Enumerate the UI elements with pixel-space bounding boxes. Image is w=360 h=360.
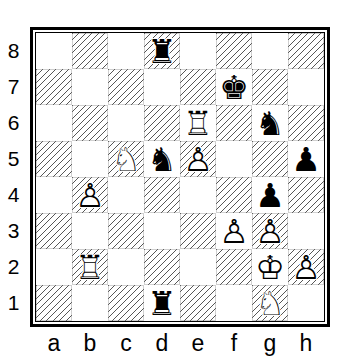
square-b6[interactable] (72, 105, 108, 141)
chess-diagram: 87654321 ♜♚♜♖♞♞♘♞♟♙♟♟♙♟♟♙♟♙♜♖♚♔♟♙♜♞♘ abc… (0, 0, 360, 360)
square-e6[interactable]: ♜♖ (180, 105, 216, 141)
piece-white-pawn-icon[interactable]: ♙ (252, 213, 288, 249)
rank-label-3: 3 (0, 213, 27, 249)
piece-white-knight-icon[interactable]: ♘ (252, 285, 288, 321)
square-e7[interactable] (180, 69, 216, 105)
square-g7[interactable] (252, 69, 288, 105)
square-e4[interactable] (180, 177, 216, 213)
square-d5[interactable]: ♞ (144, 141, 180, 177)
square-a7[interactable] (36, 69, 72, 105)
square-b5[interactable] (72, 141, 108, 177)
square-b3[interactable] (72, 213, 108, 249)
board-grid: ♜♚♜♖♞♞♘♞♟♙♟♟♙♟♟♙♟♙♜♖♚♔♟♙♜♞♘ (36, 33, 324, 321)
square-e5[interactable]: ♟♙ (180, 141, 216, 177)
piece-white-rook-icon[interactable]: ♖ (72, 249, 108, 285)
square-a6[interactable] (36, 105, 72, 141)
rank-label-7: 7 (0, 69, 27, 105)
file-label-g: g (252, 330, 288, 357)
square-d8[interactable]: ♜ (144, 33, 180, 69)
square-f2[interactable] (216, 249, 252, 285)
square-a5[interactable] (36, 141, 72, 177)
square-h4[interactable] (288, 177, 324, 213)
piece-white-pawn-icon[interactable]: ♙ (216, 213, 252, 249)
file-label-c: c (108, 330, 144, 357)
square-a3[interactable] (36, 213, 72, 249)
square-c1[interactable] (108, 285, 144, 321)
square-e3[interactable] (180, 213, 216, 249)
piece-white-pawn-icon[interactable]: ♙ (180, 141, 216, 177)
square-h2[interactable]: ♟♙ (288, 249, 324, 285)
square-c6[interactable] (108, 105, 144, 141)
square-d7[interactable] (144, 69, 180, 105)
square-g8[interactable] (252, 33, 288, 69)
square-f1[interactable] (216, 285, 252, 321)
square-f5[interactable] (216, 141, 252, 177)
square-f4[interactable] (216, 177, 252, 213)
piece-black-pawn-icon[interactable]: ♟ (288, 141, 324, 177)
rank-label-2: 2 (0, 249, 27, 285)
square-a4[interactable] (36, 177, 72, 213)
square-e1[interactable] (180, 285, 216, 321)
rank-label-4: 4 (0, 177, 27, 213)
board-inner-frame: ♜♚♜♖♞♞♘♞♟♙♟♟♙♟♟♙♟♙♜♖♚♔♟♙♜♞♘ (35, 32, 325, 322)
square-c8[interactable] (108, 33, 144, 69)
square-e8[interactable] (180, 33, 216, 69)
square-a8[interactable] (36, 33, 72, 69)
square-h6[interactable] (288, 105, 324, 141)
rank-label-1: 1 (0, 285, 27, 321)
piece-black-king-icon[interactable]: ♚ (216, 69, 252, 105)
piece-black-knight-icon[interactable]: ♞ (252, 105, 288, 141)
square-e2[interactable] (180, 249, 216, 285)
piece-black-rook-icon[interactable]: ♜ (144, 285, 180, 321)
square-a2[interactable] (36, 249, 72, 285)
square-g6[interactable]: ♞ (252, 105, 288, 141)
piece-white-pawn-icon[interactable]: ♙ (72, 177, 108, 213)
square-c7[interactable] (108, 69, 144, 105)
square-h1[interactable] (288, 285, 324, 321)
square-g3[interactable]: ♟♙ (252, 213, 288, 249)
square-c3[interactable] (108, 213, 144, 249)
square-d2[interactable] (144, 249, 180, 285)
file-label-d: d (144, 330, 180, 357)
square-b7[interactable] (72, 69, 108, 105)
board-frame: ♜♚♜♖♞♞♘♞♟♙♟♟♙♟♟♙♟♙♜♖♚♔♟♙♜♞♘ (30, 27, 330, 327)
square-g1[interactable]: ♞♘ (252, 285, 288, 321)
file-label-f: f (216, 330, 252, 357)
square-a1[interactable] (36, 285, 72, 321)
square-f3[interactable]: ♟♙ (216, 213, 252, 249)
square-h3[interactable] (288, 213, 324, 249)
piece-white-knight-icon[interactable]: ♘ (108, 141, 144, 177)
square-h7[interactable] (288, 69, 324, 105)
square-g4[interactable]: ♟ (252, 177, 288, 213)
file-labels: abcdefgh (36, 330, 324, 357)
square-c2[interactable] (108, 249, 144, 285)
square-d6[interactable] (144, 105, 180, 141)
square-c5[interactable]: ♞♘ (108, 141, 144, 177)
piece-black-pawn-icon[interactable]: ♟ (252, 177, 288, 213)
square-b1[interactable] (72, 285, 108, 321)
file-label-e: e (180, 330, 216, 357)
square-f8[interactable] (216, 33, 252, 69)
piece-white-king-icon[interactable]: ♔ (252, 249, 288, 285)
square-d3[interactable] (144, 213, 180, 249)
square-f6[interactable] (216, 105, 252, 141)
square-c4[interactable] (108, 177, 144, 213)
piece-white-rook-icon[interactable]: ♖ (180, 105, 216, 141)
square-b8[interactable] (72, 33, 108, 69)
rank-labels: 87654321 (0, 33, 27, 321)
square-d1[interactable]: ♜ (144, 285, 180, 321)
square-h8[interactable] (288, 33, 324, 69)
square-h5[interactable]: ♟ (288, 141, 324, 177)
piece-black-knight-icon[interactable]: ♞ (144, 141, 180, 177)
rank-label-6: 6 (0, 105, 27, 141)
rank-label-8: 8 (0, 33, 27, 69)
file-label-a: a (36, 330, 72, 357)
square-b2[interactable]: ♜♖ (72, 249, 108, 285)
square-b4[interactable]: ♟♙ (72, 177, 108, 213)
rank-label-5: 5 (0, 141, 27, 177)
square-g2[interactable]: ♚♔ (252, 249, 288, 285)
piece-white-pawn-icon[interactable]: ♙ (288, 249, 324, 285)
file-label-b: b (72, 330, 108, 357)
file-label-h: h (288, 330, 324, 357)
square-f7[interactable]: ♚ (216, 69, 252, 105)
square-d4[interactable] (144, 177, 180, 213)
piece-black-rook-icon[interactable]: ♜ (144, 33, 180, 69)
square-g5[interactable] (252, 141, 288, 177)
